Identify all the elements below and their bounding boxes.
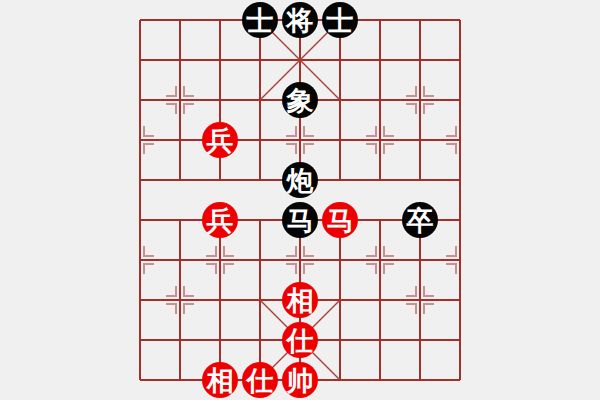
piece-red-advisor-center[interactable]: 仕 xyxy=(282,322,318,358)
piece-red-pawn-advanced[interactable]: 兵 xyxy=(202,122,238,158)
piece-black-advisor-left[interactable]: 士 xyxy=(242,2,278,38)
piece-black-elephant[interactable]: 象 xyxy=(282,82,318,118)
piece-red-elephant-center[interactable]: 相 xyxy=(282,282,318,318)
piece-grid: 士将士象兵炮兵马马卒相仕相仕帅 xyxy=(120,0,480,400)
piece-red-advisor-left[interactable]: 仕 xyxy=(242,362,278,398)
piece-black-horse[interactable]: 马 xyxy=(282,202,318,238)
piece-red-general[interactable]: 帅 xyxy=(282,362,318,398)
xiangqi-app: 士将士象兵炮兵马马卒相仕相仕帅 xyxy=(0,0,600,400)
piece-black-pawn[interactable]: 卒 xyxy=(402,202,438,238)
piece-black-advisor-right[interactable]: 士 xyxy=(322,2,358,38)
piece-red-pawn[interactable]: 兵 xyxy=(202,202,238,238)
piece-black-general[interactable]: 将 xyxy=(282,2,318,38)
piece-red-elephant-left[interactable]: 相 xyxy=(202,362,238,398)
piece-red-horse[interactable]: 马 xyxy=(322,202,358,238)
piece-black-cannon[interactable]: 炮 xyxy=(282,162,318,198)
